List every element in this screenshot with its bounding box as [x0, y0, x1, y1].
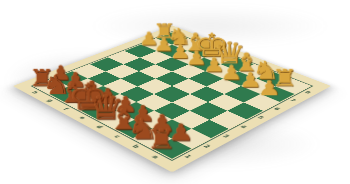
square-g1: ♞ [49, 86, 84, 102]
board-squares: ♜♞♝♚♛♝♞♜♟♟♟♟♟♟♟♟♟♟♟♟♟♟♟♟♜♞♝♚♛♝♞♜ [34, 32, 310, 158]
perspective-wrapper: ♜♞♝♚♛♝♞♜♟♟♟♟♟♟♟♟♟♟♟♟♟♟♟♟♜♞♝♚♛♝♞♜ hgfedcb… [0, 0, 350, 184]
chess-board: ♜♞♝♚♛♝♞♜♟♟♟♟♟♟♟♟♟♟♟♟♟♟♟♟♜♞♝♚♛♝♞♜ hgfedcb… [13, 25, 331, 172]
file-label-h: h [24, 86, 48, 98]
rank-label-2: 2 [193, 139, 222, 154]
rank-label-8: 8 [296, 86, 320, 98]
white-rook-h1-icon: ♜ [28, 67, 54, 90]
square-a1: ♜ [152, 138, 192, 159]
chess-set-product-photo: ♜♞♝♚♛♝♞♜♟♟♟♟♟♟♟♟♟♟♟♟♟♟♟♟♜♞♝♚♛♝♞♜ hgfedcb… [0, 0, 350, 184]
file-label-b: b [123, 139, 152, 154]
black-knight-b8-icon: ♞ [252, 57, 280, 82]
